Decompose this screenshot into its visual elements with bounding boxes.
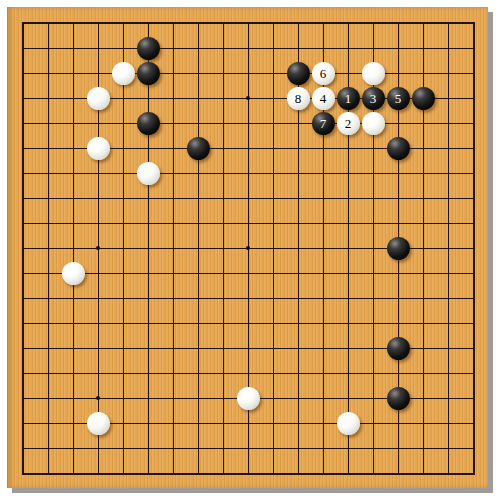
stone-black[interactable] [137,62,160,85]
stone-black[interactable] [387,237,410,260]
stone-black[interactable] [387,387,410,410]
go-board-screenshot: 68413572 [0,0,500,500]
stone-black[interactable] [187,137,210,160]
stone-white[interactable] [362,62,385,85]
stone-black[interactable] [137,37,160,60]
star-point [96,246,100,250]
move-number: 8 [295,91,302,104]
star-point [96,396,100,400]
stone-black[interactable] [287,62,310,85]
move-number: 5 [395,91,402,104]
stone-white[interactable] [337,412,360,435]
grid-line-vertical [473,23,474,474]
star-point [246,96,250,100]
stone-black[interactable]: 7 [312,112,335,135]
stone-white[interactable]: 2 [337,112,360,135]
stone-white[interactable] [62,262,85,285]
stone-black[interactable] [412,87,435,110]
move-number: 4 [320,91,327,104]
star-point [246,246,250,250]
stone-white[interactable] [87,412,110,435]
grid-line-horizontal [23,298,474,299]
stone-white[interactable] [137,162,160,185]
grid-line-horizontal [23,273,474,274]
stone-white[interactable]: 6 [312,62,335,85]
stone-black[interactable] [387,137,410,160]
grid-line-horizontal [23,473,474,474]
grid-line-horizontal [23,373,474,374]
stone-white[interactable] [237,387,260,410]
move-number: 3 [370,91,377,104]
move-number: 1 [345,91,352,104]
stone-white[interactable] [362,112,385,135]
move-number: 7 [320,116,327,129]
grid-line-vertical [273,23,274,474]
stone-black[interactable] [387,337,410,360]
stone-white[interactable] [87,87,110,110]
move-number: 6 [320,66,327,79]
grid-line-vertical [448,23,449,474]
stone-black[interactable]: 1 [337,87,360,110]
stone-white[interactable]: 4 [312,87,335,110]
stone-black[interactable] [137,112,160,135]
stone-white[interactable] [112,62,135,85]
grid-line-horizontal [23,448,474,449]
grid-line-horizontal [23,323,474,324]
stone-white[interactable]: 8 [287,87,310,110]
go-board[interactable]: 68413572 [7,7,488,488]
stone-black[interactable]: 5 [387,87,410,110]
stone-white[interactable] [87,137,110,160]
stone-black[interactable]: 3 [362,87,385,110]
move-number: 2 [345,116,352,129]
